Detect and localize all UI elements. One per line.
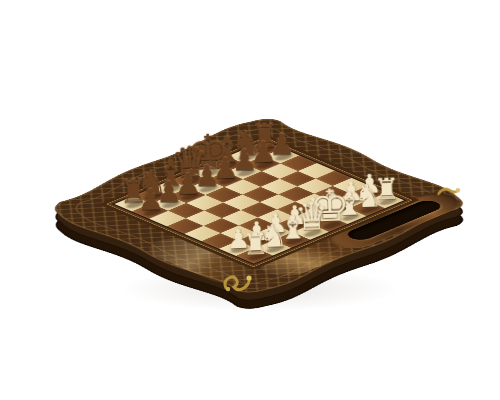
white-rook-icon: ♜ bbox=[242, 230, 269, 260]
case-silhouette bbox=[38, 112, 478, 299]
brass-latch bbox=[222, 272, 254, 298]
black-pawn-icon: ♟ bbox=[137, 185, 164, 215]
chess-backgammon-case: ♜♞♝♛♚♝♞♜♟♟♟♟♟♟♟♟♟♟♟♟♟♟♟♟♜♞♝♛♚♝♞♜ bbox=[32, 110, 484, 302]
scene: ♜♞♝♛♚♝♞♜♟♟♟♟♟♟♟♟♟♟♟♟♟♟♟♟♜♞♝♛♚♝♞♜ bbox=[0, 0, 500, 400]
camera-tilt: ♜♞♝♛♚♝♞♜♟♟♟♟♟♟♟♟♟♟♟♟♟♟♟♟♜♞♝♛♚♝♞♜ bbox=[0, 0, 500, 400]
